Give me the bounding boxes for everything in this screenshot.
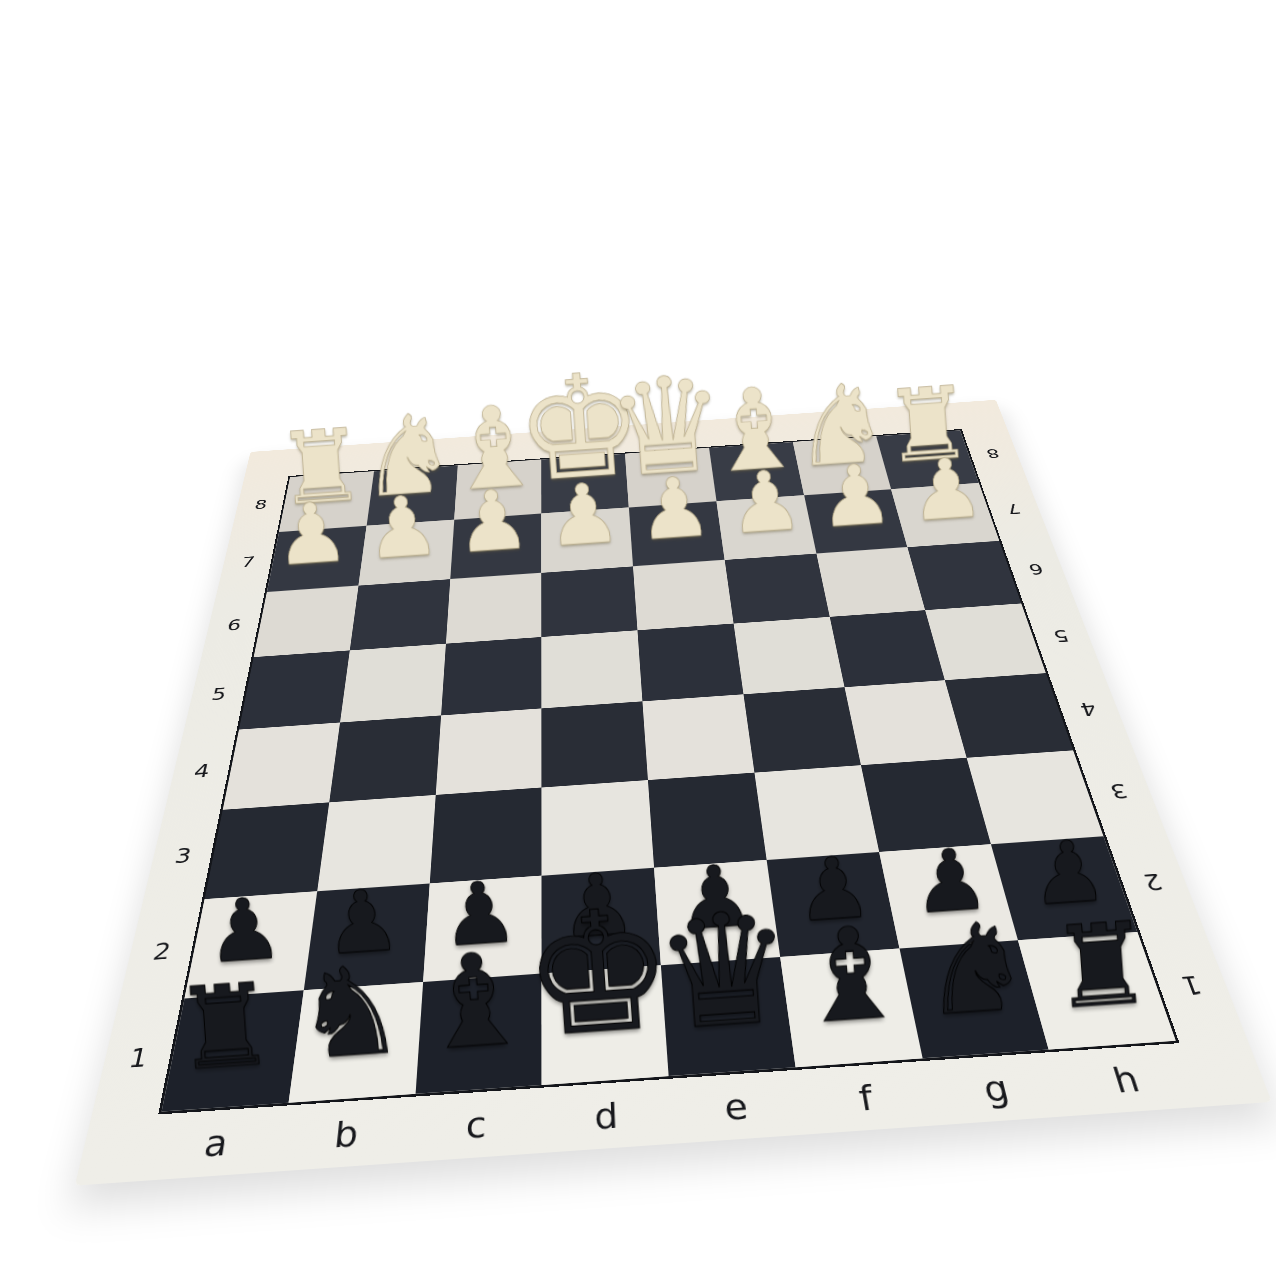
file-label-e: e — [669, 1075, 805, 1140]
square-a5[interactable] — [239, 651, 350, 730]
piece-black-rook-h1[interactable]: ♜ — [1047, 906, 1155, 1025]
square-e5[interactable] — [637, 624, 743, 702]
photo-stage: 87654321 87654321 abcdefgh ♜♞♝♚♛♝♞♜♟♟♟♟♟… — [0, 0, 1276, 1276]
square-g6[interactable] — [816, 547, 925, 617]
piece-white-pawn-g7[interactable]: ♟ — [816, 452, 896, 540]
square-c4[interactable] — [435, 708, 541, 794]
square-e7[interactable]: ♟ — [629, 501, 725, 566]
square-d1[interactable]: ♚ — [542, 965, 669, 1085]
square-a4[interactable] — [223, 722, 340, 809]
square-b7[interactable]: ♟ — [358, 520, 454, 586]
square-h6[interactable] — [908, 540, 1022, 610]
piece-white-pawn-f7[interactable]: ♟ — [725, 458, 805, 546]
file-label-d: d — [541, 1084, 673, 1149]
file-label-b: b — [277, 1102, 413, 1167]
square-f4[interactable] — [743, 687, 860, 772]
square-e1[interactable]: ♛ — [661, 957, 795, 1076]
scene: 87654321 87654321 abcdefgh ♜♞♝♚♛♝♞♜♟♟♟♟♟… — [0, 0, 1276, 1276]
piece-black-bishop-f1[interactable]: ♝ — [789, 907, 912, 1042]
file-label-h: h — [1053, 1048, 1200, 1112]
piece-black-bishop-c1[interactable]: ♝ — [413, 934, 536, 1069]
rank-label-left-7: 7 — [223, 531, 272, 594]
piece-white-pawn-e7[interactable]: ♟ — [635, 464, 715, 552]
square-c6[interactable] — [446, 572, 542, 643]
square-a1[interactable]: ♜ — [162, 990, 304, 1111]
piece-white-pawn-h7[interactable]: ♟ — [907, 445, 987, 533]
piece-white-pawn-d7[interactable]: ♟ — [544, 471, 624, 559]
square-b5[interactable] — [340, 644, 446, 723]
square-g7[interactable]: ♟ — [804, 489, 908, 553]
rank-label-left-6: 6 — [208, 591, 260, 660]
square-b1[interactable]: ♞ — [288, 982, 422, 1103]
square-h7[interactable]: ♟ — [891, 483, 999, 547]
piece-white-pawn-c7[interactable]: ♟ — [453, 477, 533, 565]
piece-white-pawn-b7[interactable]: ♟ — [362, 483, 442, 571]
square-c7[interactable]: ♟ — [450, 514, 542, 579]
square-d4[interactable] — [542, 701, 648, 787]
square-f1[interactable]: ♝ — [780, 949, 922, 1067]
square-h5[interactable] — [925, 604, 1046, 681]
piece-black-queen-e1[interactable]: ♛ — [650, 889, 799, 1053]
piece-black-rook-a1[interactable]: ♜ — [170, 967, 278, 1086]
file-label-c: c — [409, 1093, 541, 1158]
file-label-g: g — [925, 1057, 1069, 1121]
square-b6[interactable] — [350, 579, 450, 651]
square-f6[interactable] — [724, 553, 829, 623]
piece-black-knight-b1[interactable]: ♞ — [291, 948, 409, 1077]
square-e6[interactable] — [633, 560, 733, 631]
square-a7[interactable]: ♟ — [267, 526, 367, 592]
square-d7[interactable]: ♟ — [541, 507, 633, 572]
square-f5[interactable] — [733, 617, 844, 694]
square-g1[interactable]: ♞ — [899, 940, 1049, 1058]
file-label-a: a — [145, 1111, 285, 1177]
square-b4[interactable] — [329, 715, 441, 802]
square-d6[interactable] — [541, 566, 637, 637]
square-c5[interactable] — [441, 637, 542, 715]
square-h1[interactable]: ♜ — [1018, 932, 1175, 1049]
square-f7[interactable]: ♟ — [716, 495, 816, 559]
square-c1[interactable]: ♝ — [415, 974, 542, 1094]
file-label-f: f — [797, 1066, 937, 1130]
piece-black-knight-g1[interactable]: ♞ — [917, 905, 1035, 1034]
square-d5[interactable] — [542, 630, 643, 708]
chess-mat: 87654321 87654321 abcdefgh ♜♞♝♚♛♝♞♜♟♟♟♟♟… — [75, 400, 1272, 1186]
square-e4[interactable] — [642, 694, 754, 780]
square-h4[interactable] — [945, 673, 1073, 757]
square-a6[interactable] — [254, 585, 359, 657]
piece-white-pawn-a7[interactable]: ♟ — [272, 490, 352, 578]
